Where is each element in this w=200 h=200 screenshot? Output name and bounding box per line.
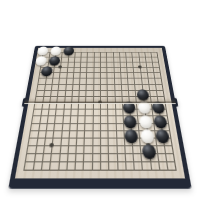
grid-cell (84, 138, 92, 146)
board-surface (15, 48, 185, 179)
black-stone (136, 89, 149, 100)
grid-cell (100, 153, 108, 161)
grid-cell (165, 153, 175, 161)
grid-cell (100, 123, 108, 130)
board-frame (8, 46, 192, 189)
grid-cell (166, 162, 176, 171)
grid-cell (92, 162, 100, 171)
grid-cell (85, 123, 93, 130)
grid-cell (108, 153, 116, 161)
grid-cell (85, 109, 93, 116)
grid-cell (100, 162, 108, 171)
fold-hinge-line (24, 101, 176, 104)
grid-cell (164, 145, 173, 153)
go-grid (24, 52, 176, 171)
grid-cell (92, 116, 100, 123)
grid-cell (92, 130, 100, 138)
grid-cell (92, 145, 100, 153)
grid-cell (92, 123, 100, 130)
grid-cell (92, 138, 100, 146)
grid-cell (83, 153, 91, 161)
grid-cell (84, 130, 92, 138)
grid-cell (75, 162, 84, 171)
go-board-photo (0, 0, 200, 200)
grid-cell (108, 162, 117, 171)
grid-cell (100, 130, 108, 138)
star-point (138, 66, 142, 69)
black-stone (125, 129, 139, 143)
grid-cell (93, 109, 100, 116)
grid-cell (75, 153, 84, 161)
grid-cell (100, 116, 108, 123)
grid-cell (108, 145, 116, 153)
go-board (8, 46, 192, 189)
grid-cell (100, 109, 107, 116)
grid-cell (100, 145, 108, 153)
grid-cell (84, 145, 92, 153)
black-stone (124, 115, 137, 128)
grid-cell (85, 116, 93, 123)
grid-cell (100, 138, 108, 146)
grid-cell (92, 153, 100, 161)
grid-cell (83, 162, 92, 171)
